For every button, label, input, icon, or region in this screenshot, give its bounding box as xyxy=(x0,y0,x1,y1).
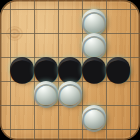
gomoku-app-icon[interactable]: ○○●●●●●○○○ xyxy=(0,0,140,140)
stone-black: ● xyxy=(82,57,106,81)
grid-line-h xyxy=(0,9,140,10)
grid-line-h xyxy=(0,33,140,34)
stone-white: ○ xyxy=(58,81,82,105)
stone-white: ○ xyxy=(34,81,58,105)
go-board: ○○●●●●●○○○ xyxy=(0,0,140,140)
grid-line-h xyxy=(0,129,140,130)
stone-white: ○ xyxy=(82,105,106,129)
stone-black: ● xyxy=(106,57,130,81)
stone-black: ● xyxy=(10,57,34,81)
